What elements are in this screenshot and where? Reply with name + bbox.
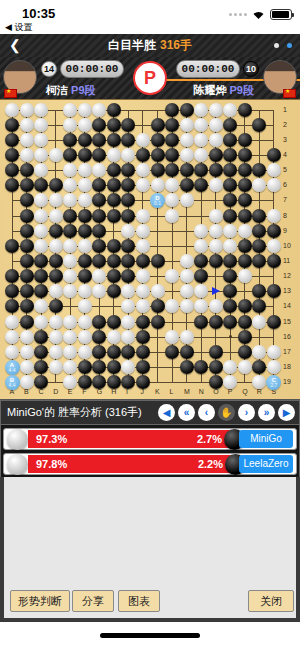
black-stone xyxy=(107,284,121,298)
black-stone xyxy=(107,254,121,268)
black-stone xyxy=(151,118,165,132)
black-stone xyxy=(5,269,19,283)
black-stone xyxy=(267,148,281,162)
white-stone xyxy=(49,315,63,329)
row-label: 10 xyxy=(283,242,291,249)
row-label: 17 xyxy=(283,348,291,355)
row-label: 7 xyxy=(283,196,287,203)
black-stone xyxy=(121,239,135,253)
black-stone xyxy=(238,193,252,207)
back-to-app-link[interactable]: ◀ 设置 xyxy=(5,21,32,34)
black-stone xyxy=(223,269,237,283)
white-stone xyxy=(180,133,194,147)
white-stone xyxy=(180,284,194,298)
black-stone xyxy=(20,178,34,192)
row-label: 9 xyxy=(283,227,287,234)
bottom-panel: 形势判断分享图表关闭 xyxy=(0,477,300,622)
white-winrate-value: 97.3% xyxy=(36,433,67,445)
white-stone xyxy=(209,239,223,253)
white-stone xyxy=(121,224,135,238)
black-stone xyxy=(121,254,135,268)
row-label: 13 xyxy=(283,287,291,294)
white-stone xyxy=(267,209,281,223)
white-captures-badge: 14 xyxy=(41,61,57,77)
white-stone xyxy=(78,315,92,329)
white-stone xyxy=(63,269,77,283)
black-stone xyxy=(121,193,135,207)
black-stone xyxy=(238,315,252,329)
black-stone xyxy=(121,345,135,359)
cellular-signal-icon xyxy=(229,13,247,16)
column-label: D xyxy=(53,388,58,395)
black-winrate-value: 2.7% xyxy=(197,433,222,445)
white-stone xyxy=(209,133,223,147)
column-label: B xyxy=(24,388,29,395)
black-stone xyxy=(92,224,106,238)
white-stone xyxy=(180,299,194,313)
black-stone xyxy=(194,254,208,268)
status-bar: 10:35 ◀ 设置 xyxy=(0,0,300,34)
winrate-section: 97.3%2.7%MiniGo97.8%2.2%LeelaZero xyxy=(0,425,300,477)
black-stone xyxy=(151,148,165,162)
black-stone xyxy=(49,224,63,238)
black-stone xyxy=(151,299,165,313)
white-stone xyxy=(209,209,223,223)
row-label: 5 xyxy=(283,166,287,173)
black-stone xyxy=(180,163,194,177)
player-bar: 14 00:00:00 P 00:00:00 10 柯洁 P9段 陈耀烨 P9段 xyxy=(0,57,300,99)
white-stone xyxy=(20,330,34,344)
black-stone xyxy=(252,299,266,313)
black-stone xyxy=(238,209,252,223)
black-stone xyxy=(92,148,106,162)
white-stone xyxy=(78,284,92,298)
black-stone xyxy=(165,103,179,117)
white-stone xyxy=(267,345,281,359)
black-stone xyxy=(223,315,237,329)
black-stone xyxy=(20,209,34,223)
white-stone xyxy=(180,118,194,132)
white-stone xyxy=(121,148,135,162)
black-stone xyxy=(252,118,266,132)
black-stone xyxy=(34,254,48,268)
black-stone xyxy=(136,148,150,162)
right-name-text: 陈耀烨 xyxy=(193,84,226,96)
white-stone xyxy=(209,299,223,313)
black-stone xyxy=(136,254,150,268)
black-winrate-value: 2.2% xyxy=(198,458,223,470)
black-stone xyxy=(92,315,106,329)
ai-variation-badge-C[interactable]: C2.7 xyxy=(266,375,281,390)
forward-button[interactable]: › xyxy=(238,404,255,421)
column-label: N xyxy=(199,388,204,395)
ai-variation-badge-D[interactable]: D0.1 xyxy=(150,193,165,208)
black-stone xyxy=(5,133,19,147)
back-chevron-icon[interactable]: ❮ xyxy=(9,37,21,53)
black-stone xyxy=(20,315,34,329)
black-stone xyxy=(209,315,223,329)
engine-button-leelazero[interactable]: LeelaZero xyxy=(239,455,293,473)
black-stone xyxy=(63,224,77,238)
right-clock: 00:00:00 xyxy=(176,60,240,78)
black-stone xyxy=(107,103,121,117)
black-stone xyxy=(238,103,252,117)
wifi-icon xyxy=(251,9,266,20)
white-stone xyxy=(194,299,208,313)
white-stone xyxy=(136,224,150,238)
black-stone xyxy=(194,163,208,177)
row-label: 14 xyxy=(283,302,291,309)
white-stone xyxy=(5,103,19,117)
china-flag-icon-right xyxy=(283,89,296,98)
black-stone xyxy=(223,178,237,192)
skip-forward-button[interactable]: ▶ xyxy=(278,404,295,421)
black-stone xyxy=(121,118,135,132)
black-stone xyxy=(136,315,150,329)
white-stone xyxy=(209,224,223,238)
white-stone xyxy=(63,360,77,374)
black-stone xyxy=(92,118,106,132)
white-stone xyxy=(223,239,237,253)
white-stone xyxy=(165,299,179,313)
black-stone xyxy=(20,193,34,207)
white-stone xyxy=(5,330,19,344)
black-stone xyxy=(209,163,223,177)
white-stone xyxy=(63,103,77,117)
white-stone xyxy=(194,118,208,132)
white-stone xyxy=(34,133,48,147)
row-label: 3 xyxy=(283,136,287,143)
white-stone xyxy=(49,193,63,207)
black-stone xyxy=(92,209,106,223)
result-text: 白目半胜 xyxy=(108,38,156,52)
white-stone xyxy=(136,239,150,253)
white-stone xyxy=(151,178,165,192)
black-stone xyxy=(92,330,106,344)
black-stone xyxy=(252,209,266,223)
black-stone xyxy=(238,239,252,253)
white-stone xyxy=(136,284,150,298)
black-stone xyxy=(107,178,121,192)
white-stone xyxy=(194,239,208,253)
black-stone xyxy=(223,163,237,177)
white-stone xyxy=(78,118,92,132)
black-stone xyxy=(238,299,252,313)
row-label: 8 xyxy=(283,212,287,219)
black-stone xyxy=(107,345,121,359)
close-button[interactable]: 关闭 xyxy=(248,590,294,612)
black-stone xyxy=(49,254,63,268)
row-label: 12 xyxy=(283,272,291,279)
white-stone xyxy=(78,193,92,207)
row-label: 4 xyxy=(283,151,287,158)
white-stone xyxy=(180,269,194,283)
move-count-text: 316手 xyxy=(160,38,192,52)
white-stone-icon xyxy=(7,454,28,475)
white-winrate-value: 97.8% xyxy=(36,458,67,470)
black-stone xyxy=(252,360,266,374)
white-stone xyxy=(180,330,194,344)
black-stone xyxy=(78,269,92,283)
black-stone xyxy=(92,345,106,359)
app-screen: 10:35 ◀ 设置 ❮ 白目半胜316手 14 00:00:00 P 00:0… xyxy=(0,0,300,649)
white-stone xyxy=(34,193,48,207)
column-label: O xyxy=(213,388,218,395)
black-stone xyxy=(5,284,19,298)
white-stone xyxy=(5,315,19,329)
black-stone xyxy=(238,163,252,177)
black-stone xyxy=(223,284,237,298)
black-stone xyxy=(180,360,194,374)
black-stone xyxy=(238,254,252,268)
row-label: 6 xyxy=(283,181,287,188)
white-stone xyxy=(194,284,208,298)
black-stone xyxy=(63,148,77,162)
skip-back-button[interactable]: ◀ xyxy=(158,404,175,421)
white-stone xyxy=(78,330,92,344)
white-stone xyxy=(165,330,179,344)
white-stone xyxy=(5,345,19,359)
black-stone xyxy=(78,148,92,162)
clock-time: 10:35 xyxy=(22,6,55,21)
white-stone xyxy=(209,118,223,132)
white-stone xyxy=(223,375,237,389)
china-flag-icon-left xyxy=(4,89,17,98)
go-board[interactable]: ABCDEFGHIJKLMNOPQRS123456789101112131415… xyxy=(0,99,300,400)
column-label: C xyxy=(39,388,44,395)
white-stone xyxy=(107,330,121,344)
black-stone xyxy=(63,133,77,147)
black-stone xyxy=(5,239,19,253)
fast-forward-button[interactable]: » xyxy=(258,404,275,421)
black-stone xyxy=(209,254,223,268)
black-stone xyxy=(20,254,34,268)
black-stone xyxy=(180,178,194,192)
black-stone xyxy=(209,148,223,162)
white-stone-icon xyxy=(7,429,28,450)
white-stone xyxy=(20,118,34,132)
black-stone xyxy=(34,330,48,344)
white-stone xyxy=(252,345,266,359)
black-stone xyxy=(194,178,208,192)
white-stone xyxy=(194,103,208,117)
white-stone xyxy=(78,299,92,313)
black-stone xyxy=(180,345,194,359)
white-stone xyxy=(63,118,77,132)
black-stone xyxy=(5,148,19,162)
white-stone xyxy=(136,299,150,313)
chart-button[interactable]: 图表 xyxy=(118,590,160,612)
white-stone xyxy=(34,163,48,177)
white-stone xyxy=(92,103,106,117)
back-button[interactable]: ‹ xyxy=(198,404,215,421)
black-stone xyxy=(252,254,266,268)
pass-indicator[interactable]: P xyxy=(133,61,167,95)
white-stone xyxy=(223,103,237,117)
column-label: L xyxy=(170,388,174,395)
white-stone xyxy=(34,103,48,117)
white-stone xyxy=(136,178,150,192)
ai-variation-badge-B[interactable]: B4.4 xyxy=(5,375,20,390)
share-button[interactable]: 分享 xyxy=(72,590,114,612)
black-stone xyxy=(20,269,34,283)
black-stone xyxy=(107,315,121,329)
white-stone xyxy=(165,178,179,192)
left-rank-text: P9段 xyxy=(71,84,95,96)
black-stone xyxy=(20,284,34,298)
black-stone xyxy=(165,133,179,147)
black-stone xyxy=(107,193,121,207)
white-stone xyxy=(63,193,77,207)
situation-judge-button[interactable]: 形势判断 xyxy=(10,590,70,612)
right-rank-text: P9段 xyxy=(230,84,254,96)
black-stone xyxy=(107,375,121,389)
black-stone xyxy=(92,193,106,207)
black-stone xyxy=(107,239,121,253)
black-stone xyxy=(238,133,252,147)
column-label: M xyxy=(184,388,190,395)
column-label: I xyxy=(126,388,128,395)
black-stone xyxy=(92,360,106,374)
white-stone xyxy=(252,375,266,389)
white-stone xyxy=(20,375,34,389)
home-indicator[interactable] xyxy=(100,633,200,638)
black-stone xyxy=(252,224,266,238)
white-stone xyxy=(151,284,165,298)
white-stone xyxy=(194,133,208,147)
black-stone xyxy=(151,133,165,147)
black-stone xyxy=(194,360,208,374)
black-stone xyxy=(121,209,135,223)
white-stone xyxy=(180,254,194,268)
fast-back-button[interactable]: « xyxy=(178,404,195,421)
row-label: 15 xyxy=(283,318,291,325)
column-label: H xyxy=(111,388,116,395)
ai-variation-badge-A[interactable]: A4.4 xyxy=(5,360,20,375)
white-stone xyxy=(20,133,34,147)
white-stone xyxy=(165,269,179,283)
white-stone xyxy=(92,269,106,283)
white-stone xyxy=(34,118,48,132)
black-stone xyxy=(34,284,48,298)
white-stone xyxy=(20,360,34,374)
black-stone xyxy=(49,269,63,283)
page-title: 白目半胜316手 xyxy=(0,37,300,54)
white-stone xyxy=(238,269,252,283)
white-stone xyxy=(267,239,281,253)
white-stone xyxy=(180,148,194,162)
white-stone xyxy=(63,239,77,253)
white-stone xyxy=(238,360,252,374)
black-stone xyxy=(121,178,135,192)
white-stone xyxy=(34,239,48,253)
black-stone xyxy=(20,299,34,313)
white-stone xyxy=(49,148,63,162)
star-point xyxy=(229,335,232,338)
white-stone xyxy=(267,163,281,177)
black-stone xyxy=(121,133,135,147)
black-stone xyxy=(194,269,208,283)
black-stone xyxy=(252,239,266,253)
white-stone xyxy=(136,209,150,223)
black-stone xyxy=(78,254,92,268)
white-stone xyxy=(252,315,266,329)
white-stone xyxy=(63,375,77,389)
analysis-toolbar: MiniGo'的 胜率分析 (316手) ◀«‹✋›»▶ xyxy=(0,400,300,425)
white-stone xyxy=(63,284,77,298)
black-stone xyxy=(238,345,252,359)
black-stone xyxy=(5,118,19,132)
black-stone xyxy=(20,224,34,238)
battery-icon xyxy=(270,9,292,20)
white-stone xyxy=(194,224,208,238)
black-stone xyxy=(107,360,121,374)
black-stone xyxy=(209,345,223,359)
black-stone xyxy=(165,148,179,162)
black-stone xyxy=(78,360,92,374)
black-stone xyxy=(63,209,77,223)
row-label: 18 xyxy=(283,363,291,370)
black-stone xyxy=(107,209,121,223)
white-stone xyxy=(223,224,237,238)
white-stone xyxy=(209,178,223,192)
black-stone xyxy=(49,299,63,313)
white-stone xyxy=(267,360,281,374)
white-stone xyxy=(121,284,135,298)
black-stone xyxy=(252,163,266,177)
white-stone xyxy=(121,299,135,313)
row-label: 1 xyxy=(283,106,287,113)
white-stone xyxy=(49,330,63,344)
white-stone xyxy=(49,345,63,359)
white-stone xyxy=(49,209,63,223)
black-stone xyxy=(92,375,106,389)
white-stone xyxy=(107,148,121,162)
column-label: G xyxy=(97,388,102,395)
row-label: 19 xyxy=(283,378,291,385)
footer xyxy=(0,622,300,649)
white-stone xyxy=(267,178,281,192)
black-stone xyxy=(151,315,165,329)
black-stone xyxy=(34,178,48,192)
black-stone xyxy=(165,345,179,359)
page-dot-2 xyxy=(287,43,292,48)
black-stone xyxy=(34,345,48,359)
black-stone xyxy=(238,178,252,192)
white-stone xyxy=(63,345,77,359)
white-stone xyxy=(34,315,48,329)
white-stone xyxy=(238,224,252,238)
black-captures-badge: 10 xyxy=(243,61,259,77)
black-stone xyxy=(136,375,150,389)
black-stone xyxy=(34,269,48,283)
black-stone xyxy=(267,284,281,298)
black-stone xyxy=(252,284,266,298)
black-stone xyxy=(34,375,48,389)
black-stone xyxy=(92,178,106,192)
black-stone xyxy=(136,330,150,344)
page-indicator xyxy=(274,43,292,48)
white-stone xyxy=(194,148,208,162)
black-stone xyxy=(107,133,121,147)
hand-button[interactable]: ✋ xyxy=(218,404,235,421)
column-label: P xyxy=(228,388,233,395)
black-stone xyxy=(107,163,121,177)
column-label: F xyxy=(82,388,86,395)
black-stone xyxy=(121,375,135,389)
engine-button-minigo[interactable]: MiniGo xyxy=(239,430,293,448)
black-stone xyxy=(78,375,92,389)
